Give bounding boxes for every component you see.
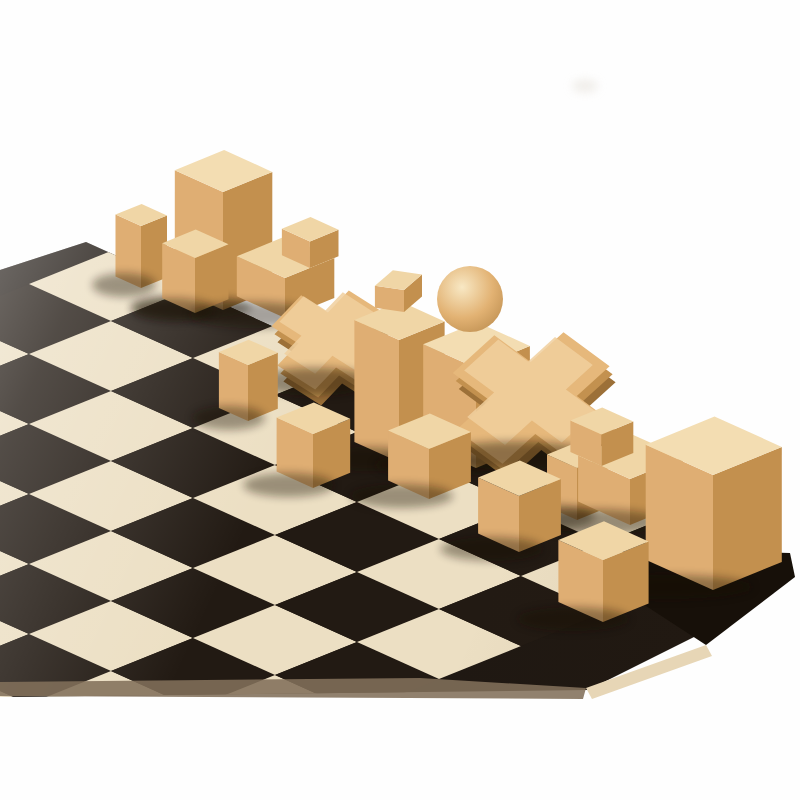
- square-a8[interactable]: [29, 741, 193, 800]
- piece-white-pawn-a2[interactable]: [558, 521, 648, 622]
- piece-white-rook-a1[interactable]: [646, 417, 782, 591]
- photo-canvas: [0, 0, 800, 800]
- square-b8[interactable]: [0, 704, 111, 774]
- piece-white-pawn-f2[interactable]: [219, 340, 278, 421]
- piece-white-pawn-c2[interactable]: [478, 460, 561, 552]
- piece-white-pawn-e2[interactable]: [277, 402, 351, 488]
- square-a7[interactable]: [111, 708, 275, 778]
- piece-white-pawn-g2[interactable]: [162, 230, 228, 313]
- piece-white-pawn-h2[interactable]: [116, 204, 168, 288]
